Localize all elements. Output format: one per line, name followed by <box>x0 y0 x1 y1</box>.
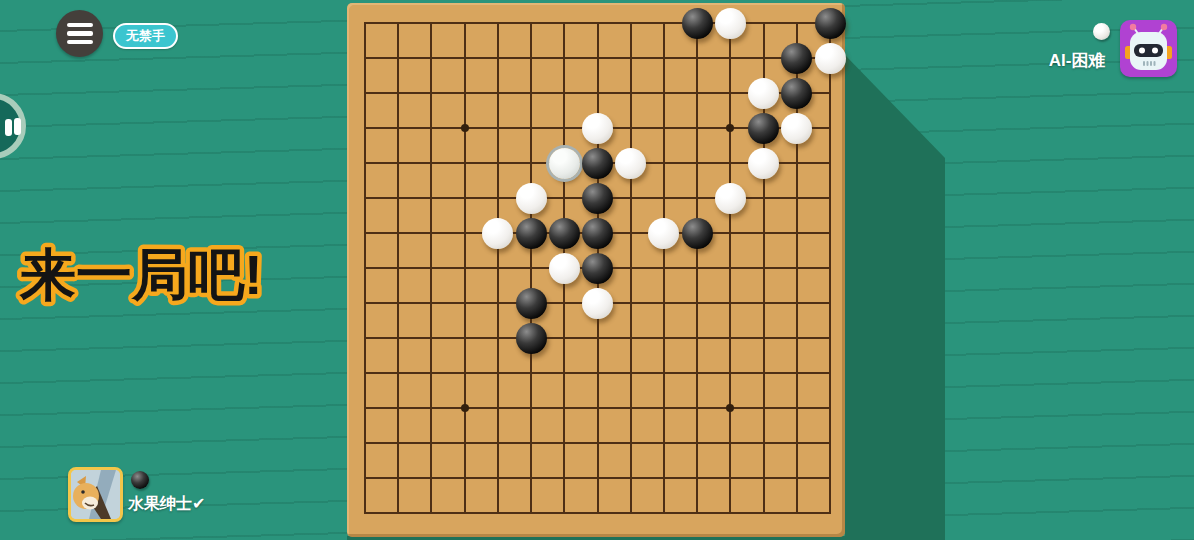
grid-line-vertical <box>397 22 399 514</box>
white-stone <box>615 148 646 179</box>
black-stone <box>516 323 547 354</box>
white-stone <box>715 8 746 39</box>
gomoku-board <box>347 3 845 537</box>
white-stone <box>582 113 613 144</box>
human-player-name: 水果绅士✔ <box>128 494 205 515</box>
black-stone <box>516 218 547 249</box>
menu-button[interactable] <box>56 10 103 57</box>
grid-line-vertical <box>364 22 366 514</box>
grid-line-vertical <box>630 22 632 514</box>
human-avatar[interactable] <box>68 467 123 522</box>
human-stone-color-icon <box>131 471 149 489</box>
pause-bars-icon <box>5 119 12 136</box>
app-root: { "game": { "name": "Gomoku (五子棋)", "boa… <box>0 0 1194 540</box>
grid-line-vertical <box>464 22 466 514</box>
banner: 来一局吧! <box>12 230 312 316</box>
rule-badge: 无禁手 <box>113 23 178 49</box>
white-stone <box>715 183 746 214</box>
grid-line-vertical <box>696 22 698 514</box>
black-stone <box>748 113 779 144</box>
white-stone <box>748 78 779 109</box>
black-stone <box>781 78 812 109</box>
star-point <box>726 404 734 412</box>
black-stone <box>516 288 547 319</box>
white-stone <box>648 218 679 249</box>
banner-text: 来一局吧! <box>19 243 263 306</box>
white-stone <box>781 113 812 144</box>
black-stone <box>682 218 713 249</box>
grid-line-vertical <box>729 22 731 514</box>
hamburger-icon <box>67 31 93 36</box>
white-stone <box>582 288 613 319</box>
black-stone <box>582 253 613 284</box>
black-stone <box>682 8 713 39</box>
white-stone <box>516 183 547 214</box>
hamburger-icon <box>67 23 93 28</box>
robot-icon <box>1120 20 1177 77</box>
white-stone <box>549 253 580 284</box>
ai-stone-color-icon <box>1093 23 1110 40</box>
black-stone <box>582 218 613 249</box>
ai-player-name: AI-困难 <box>1038 49 1116 72</box>
grid-line-vertical <box>430 22 432 514</box>
pause-bars-icon <box>14 118 21 135</box>
white-stone <box>748 148 779 179</box>
board-grid[interactable] <box>347 3 845 537</box>
shiba-dog-icon <box>71 470 120 519</box>
grid-line-vertical <box>829 22 831 514</box>
black-stone <box>781 43 812 74</box>
black-stone <box>549 218 580 249</box>
hamburger-icon <box>67 40 93 45</box>
black-stone <box>815 8 846 39</box>
white-stone <box>482 218 513 249</box>
grid-line-vertical <box>530 22 532 514</box>
ai-avatar[interactable] <box>1120 20 1177 77</box>
star-point <box>726 124 734 132</box>
black-stone <box>582 148 613 179</box>
grid-line-vertical <box>663 22 665 514</box>
white-stone <box>815 43 846 74</box>
black-stone <box>582 183 613 214</box>
grid-line-vertical <box>497 22 499 514</box>
white-stone <box>549 148 580 179</box>
star-point <box>461 124 469 132</box>
star-point <box>461 404 469 412</box>
